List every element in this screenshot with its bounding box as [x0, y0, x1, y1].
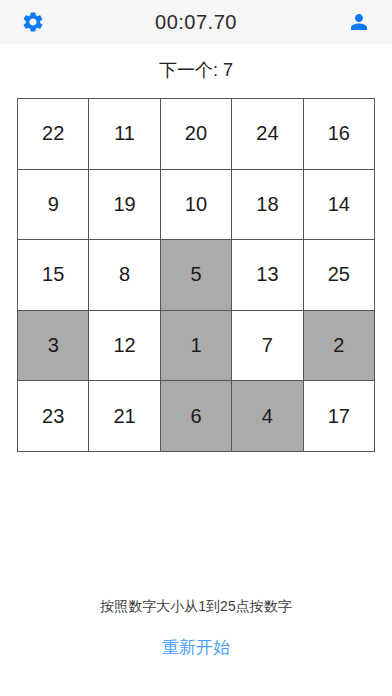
- grid-cell-21[interactable]: 21: [89, 381, 159, 451]
- grid-cell-8[interactable]: 8: [89, 240, 159, 310]
- gear-icon: [21, 10, 45, 34]
- grid-cell-4[interactable]: 4: [232, 381, 302, 451]
- grid-cell-12[interactable]: 12: [89, 311, 159, 381]
- grid-cell-25[interactable]: 25: [304, 240, 374, 310]
- grid-cell-17[interactable]: 17: [304, 381, 374, 451]
- grid-cell-9[interactable]: 9: [18, 170, 88, 240]
- grid-cell-23[interactable]: 23: [18, 381, 88, 451]
- profile-button[interactable]: [346, 9, 372, 35]
- grid-cell-14[interactable]: 14: [304, 170, 374, 240]
- grid-cell-24[interactable]: 24: [232, 99, 302, 169]
- grid-cell-6[interactable]: 6: [161, 381, 231, 451]
- grid-cell-13[interactable]: 13: [232, 240, 302, 310]
- grid-cell-22[interactable]: 22: [18, 99, 88, 169]
- grid-cell-5[interactable]: 5: [161, 240, 231, 310]
- grid-cell-18[interactable]: 18: [232, 170, 302, 240]
- grid-cell-11[interactable]: 11: [89, 99, 159, 169]
- grid-cell-2[interactable]: 2: [304, 311, 374, 381]
- grid-cell-10[interactable]: 10: [161, 170, 231, 240]
- grid-cell-16[interactable]: 16: [304, 99, 374, 169]
- grid-cell-19[interactable]: 19: [89, 170, 159, 240]
- grid-cell-3[interactable]: 3: [18, 311, 88, 381]
- grid-cell-1[interactable]: 1: [161, 311, 231, 381]
- grid-cell-15[interactable]: 15: [18, 240, 88, 310]
- number-grid: 2211202416919101814158513253121722321641…: [17, 98, 375, 452]
- header-bar: 00:07.70: [0, 0, 392, 44]
- person-icon: [347, 10, 371, 34]
- next-number-label: 下一个: 7: [0, 58, 392, 82]
- settings-button[interactable]: [20, 9, 46, 35]
- instruction-text: 按照数字大小从1到25点按数字: [0, 598, 392, 616]
- grid-cell-7[interactable]: 7: [232, 311, 302, 381]
- restart-button[interactable]: 重新开始: [0, 636, 392, 659]
- timer: 00:07.70: [155, 11, 237, 34]
- grid-cell-20[interactable]: 20: [161, 99, 231, 169]
